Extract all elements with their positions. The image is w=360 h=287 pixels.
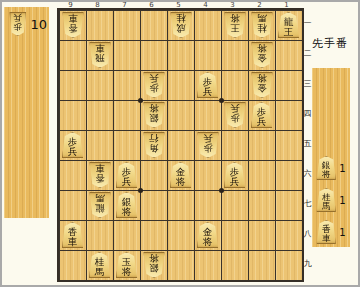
board-piece-歩兵[interactable]: 歩兵 bbox=[251, 102, 273, 128]
piece-kanji: 馬 bbox=[95, 193, 105, 203]
piece-kanji: 銀 bbox=[149, 113, 159, 123]
hand-piece-桂馬[interactable]: 桂馬 bbox=[316, 188, 336, 212]
board-piece-飛車[interactable]: 飛車 bbox=[89, 42, 111, 68]
board-piece-角行[interactable]: 角行 bbox=[143, 132, 165, 158]
piece-kanji: 将 bbox=[149, 253, 159, 263]
piece-kanji: 兵 bbox=[149, 73, 159, 83]
board-piece-金将[interactable]: 金将 bbox=[251, 42, 273, 68]
piece-kanji: 将 bbox=[322, 170, 331, 179]
gote-hand-tray: 歩兵10 bbox=[4, 7, 49, 218]
hand-row: 香車1 bbox=[312, 220, 350, 244]
piece-kanji: 車 bbox=[68, 13, 78, 23]
board-piece-金将[interactable]: 金将 bbox=[170, 162, 192, 188]
board-piece-歩兵[interactable]: 歩兵 bbox=[224, 162, 246, 188]
piece-kanji: 歩 bbox=[230, 113, 240, 123]
piece-kanji: 桂 bbox=[176, 13, 186, 23]
board-piece-香車[interactable]: 香車 bbox=[89, 162, 111, 188]
piece-kanji: 飛 bbox=[95, 53, 105, 63]
piece-kanji: 金 bbox=[257, 53, 267, 63]
piece-kanji: 成 bbox=[176, 23, 186, 33]
piece-kanji: 行 bbox=[149, 133, 159, 143]
hand-piece-香車[interactable]: 香車 bbox=[316, 220, 336, 244]
board-piece-王将[interactable]: 王将 bbox=[224, 12, 246, 38]
hand-row: 歩兵10 bbox=[4, 7, 49, 36]
board-piece-玉将[interactable]: 玉将 bbox=[116, 252, 138, 278]
board-piece-桂馬[interactable]: 桂馬 bbox=[89, 252, 111, 278]
hand-piece-銀将[interactable]: 銀将 bbox=[316, 156, 336, 180]
board-piece-歩兵[interactable]: 歩兵 bbox=[197, 132, 219, 158]
piece-kanji: 銀 bbox=[149, 263, 159, 273]
piece-kanji: 将 bbox=[176, 177, 186, 187]
piece-kanji: 車 bbox=[95, 163, 105, 173]
piece-kanji: 金 bbox=[257, 83, 267, 93]
star-point bbox=[219, 98, 224, 103]
hand-row: 桂馬1 bbox=[312, 188, 350, 212]
board-piece-成桂[interactable]: 成桂 bbox=[170, 12, 192, 38]
board-piece-香車[interactable]: 香車 bbox=[62, 222, 84, 248]
board-piece-桂馬[interactable]: 桂馬 bbox=[251, 12, 273, 38]
shogi-board: 香車成桂王将桂馬龍王飛車金将歩兵歩兵金将銀将歩兵歩兵歩兵角行歩兵香車歩兵金将歩兵… bbox=[57, 8, 304, 282]
star-point bbox=[138, 98, 143, 103]
board-piece-金将[interactable]: 金将 bbox=[251, 72, 273, 98]
piece-kanji: 歩 bbox=[149, 83, 159, 93]
hand-row: 銀将1 bbox=[312, 156, 350, 180]
piece-kanji: 王 bbox=[284, 27, 294, 37]
piece-kanji: 兵 bbox=[203, 133, 213, 143]
board-piece-香車[interactable]: 香車 bbox=[62, 12, 84, 38]
piece-kanji: 将 bbox=[149, 103, 159, 113]
board-piece-歩兵[interactable]: 歩兵 bbox=[62, 132, 84, 158]
shogi-diagram: 987654321 香車成桂王将桂馬龍王飛車金将歩兵歩兵金将銀将歩兵歩兵歩兵角行… bbox=[0, 0, 360, 287]
piece-kanji: 馬 bbox=[322, 202, 331, 211]
hand-piece-歩兵[interactable]: 歩兵 bbox=[9, 12, 26, 36]
board-piece-金将[interactable]: 金将 bbox=[197, 222, 219, 248]
piece-kanji: 兵 bbox=[122, 177, 132, 187]
piece-kanji: 香 bbox=[68, 23, 78, 33]
board-piece-銀将[interactable]: 銀将 bbox=[143, 102, 165, 128]
piece-kanji: 馬 bbox=[257, 13, 267, 23]
piece-kanji: 将 bbox=[203, 237, 213, 247]
piece-kanji: 車 bbox=[95, 43, 105, 53]
piece-kanji: 香 bbox=[95, 173, 105, 183]
star-point bbox=[138, 188, 143, 193]
hand-piece-count: 1 bbox=[339, 227, 345, 238]
piece-kanji: 兵 bbox=[13, 13, 22, 22]
piece-kanji: 歩 bbox=[203, 143, 213, 153]
board-piece-歩兵[interactable]: 歩兵 bbox=[224, 102, 246, 128]
piece-kanji: 龍 bbox=[95, 203, 105, 213]
piece-kanji: 将 bbox=[230, 13, 240, 23]
piece-kanji: 兵 bbox=[68, 147, 78, 157]
turn-indicator: 先手番 bbox=[312, 36, 358, 51]
board-piece-銀将[interactable]: 銀将 bbox=[116, 192, 138, 218]
board-piece-龍馬[interactable]: 龍馬 bbox=[89, 192, 111, 218]
piece-kanji: 将 bbox=[257, 43, 267, 53]
star-point bbox=[219, 188, 224, 193]
piece-kanji: 兵 bbox=[257, 117, 267, 127]
piece-kanji: 将 bbox=[122, 207, 132, 217]
board-piece-歩兵[interactable]: 歩兵 bbox=[116, 162, 138, 188]
piece-kanji: 兵 bbox=[230, 103, 240, 113]
piece-kanji: 王 bbox=[230, 23, 240, 33]
board-piece-銀将[interactable]: 銀将 bbox=[143, 252, 165, 278]
board-piece-歩兵[interactable]: 歩兵 bbox=[143, 72, 165, 98]
rank-label: 九 bbox=[302, 248, 313, 278]
piece-kanji: 馬 bbox=[95, 267, 105, 277]
piece-kanji: 兵 bbox=[203, 87, 213, 97]
piece-kanji: 桂 bbox=[257, 23, 267, 33]
piece-kanji: 将 bbox=[122, 267, 132, 277]
hand-piece-count: 10 bbox=[30, 17, 47, 32]
board-piece-龍王[interactable]: 龍王 bbox=[278, 12, 300, 38]
rank-label: 一 bbox=[302, 8, 313, 38]
hand-piece-count: 1 bbox=[339, 163, 345, 174]
board-piece-歩兵[interactable]: 歩兵 bbox=[197, 72, 219, 98]
piece-kanji: 歩 bbox=[13, 22, 22, 31]
sente-hand-tray: 銀将1桂馬1香車1 bbox=[312, 68, 350, 247]
piece-kanji: 車 bbox=[68, 237, 78, 247]
hand-piece-count: 1 bbox=[339, 195, 345, 206]
piece-kanji: 将 bbox=[257, 73, 267, 83]
piece-kanji: 車 bbox=[322, 234, 331, 243]
piece-kanji: 角 bbox=[149, 143, 159, 153]
piece-kanji: 兵 bbox=[230, 177, 240, 187]
